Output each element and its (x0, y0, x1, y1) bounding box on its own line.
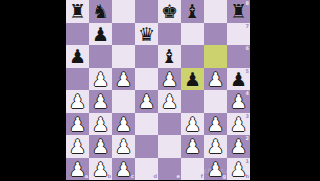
square-f6[interactable] (181, 45, 204, 68)
square-g6[interactable] (204, 45, 227, 68)
black-pawn[interactable]: ♟ (66, 45, 89, 68)
white-pawn[interactable]: ♟ (181, 135, 204, 158)
square-f5[interactable]: ♟ (181, 68, 204, 91)
black-pawn[interactable]: ♟ (89, 23, 112, 46)
square-a4[interactable]: ♟ (66, 90, 89, 113)
square-b4[interactable]: ♟ (89, 90, 112, 113)
black-king[interactable]: ♚ (158, 0, 181, 23)
square-a1[interactable]: ♟a (66, 158, 89, 181)
square-h4[interactable]: ♟4 (227, 90, 250, 113)
white-pawn[interactable]: ♟ (227, 113, 250, 136)
square-e4[interactable]: ♟ (158, 90, 181, 113)
square-a2[interactable]: ♟ (66, 135, 89, 158)
square-e1[interactable]: e (158, 158, 181, 181)
square-d7[interactable]: ♛ (135, 23, 158, 46)
white-pawn[interactable]: ♟ (204, 158, 227, 181)
square-b1[interactable]: ♟b (89, 158, 112, 181)
black-bishop[interactable]: ♝ (158, 45, 181, 68)
file-label-d: d (153, 174, 157, 179)
square-a8[interactable]: ♜ (66, 0, 89, 23)
square-d4[interactable]: ♟ (135, 90, 158, 113)
square-c6[interactable] (112, 45, 135, 68)
square-b3[interactable]: ♟ (89, 113, 112, 136)
white-pawn[interactable]: ♟ (158, 90, 181, 113)
white-pawn[interactable]: ♟ (89, 135, 112, 158)
rank-label-6: 6 (246, 46, 249, 51)
square-b5[interactable]: ♟ (89, 68, 112, 91)
black-rook[interactable]: ♜ (227, 0, 250, 23)
black-queen[interactable]: ♛ (135, 23, 158, 46)
white-pawn[interactable]: ♟ (89, 158, 112, 181)
white-pawn[interactable]: ♟ (112, 113, 135, 136)
white-pawn[interactable]: ♟ (181, 113, 204, 136)
square-g4[interactable] (204, 90, 227, 113)
square-f3[interactable]: ♟ (181, 113, 204, 136)
square-c8[interactable] (112, 0, 135, 23)
square-d8[interactable] (135, 0, 158, 23)
square-h3[interactable]: ♟3 (227, 113, 250, 136)
square-b7[interactable]: ♟ (89, 23, 112, 46)
square-b6[interactable] (89, 45, 112, 68)
white-pawn[interactable]: ♟ (227, 135, 250, 158)
square-g8[interactable] (204, 0, 227, 23)
square-e5[interactable]: ♟ (158, 68, 181, 91)
white-pawn[interactable]: ♟ (227, 90, 250, 113)
white-pawn[interactable]: ♟ (204, 135, 227, 158)
square-c1[interactable]: ♟c (112, 158, 135, 181)
square-e8[interactable]: ♚ (158, 0, 181, 23)
white-pawn[interactable]: ♟ (135, 90, 158, 113)
white-pawn[interactable]: ♟ (112, 158, 135, 181)
square-e7[interactable] (158, 23, 181, 46)
black-pawn[interactable]: ♟ (181, 68, 204, 91)
square-a7[interactable] (66, 23, 89, 46)
square-c5[interactable]: ♟ (112, 68, 135, 91)
letterbox-left (0, 0, 66, 180)
square-a3[interactable]: ♟ (66, 113, 89, 136)
letterbox-right (250, 0, 320, 180)
square-h7[interactable]: 7 (227, 23, 250, 46)
white-pawn[interactable]: ♟ (112, 68, 135, 91)
square-d1[interactable]: d (135, 158, 158, 181)
white-pawn[interactable]: ♟ (66, 90, 89, 113)
square-a6[interactable]: ♟ (66, 45, 89, 68)
file-label-e: e (177, 174, 180, 179)
chessboard-screenshot: ♜♞♚♝♜8♟♛7♟♝6♟♟♟♟♟♟5♟♟♟♟♟4♟♟♟♟♟♟3♟♟♟♟♟♟2♟… (0, 0, 320, 180)
black-pawn[interactable]: ♟ (227, 68, 250, 91)
square-f7[interactable] (181, 23, 204, 46)
square-c3[interactable]: ♟ (112, 113, 135, 136)
white-pawn[interactable]: ♟ (89, 90, 112, 113)
square-c2[interactable]: ♟ (112, 135, 135, 158)
black-bishop[interactable]: ♝ (181, 0, 204, 23)
square-g2[interactable]: ♟ (204, 135, 227, 158)
square-d6[interactable] (135, 45, 158, 68)
square-g1[interactable]: ♟g (204, 158, 227, 181)
square-e2[interactable] (158, 135, 181, 158)
square-d5[interactable] (135, 68, 158, 91)
square-f4[interactable] (181, 90, 204, 113)
square-h8[interactable]: ♜8 (227, 0, 250, 23)
square-d2[interactable] (135, 135, 158, 158)
square-b2[interactable]: ♟ (89, 135, 112, 158)
square-g3[interactable]: ♟ (204, 113, 227, 136)
square-a5[interactable] (66, 68, 89, 91)
white-pawn[interactable]: ♟ (227, 158, 250, 181)
black-rook[interactable]: ♜ (66, 0, 89, 23)
white-pawn[interactable]: ♟ (89, 113, 112, 136)
square-d3[interactable] (135, 113, 158, 136)
white-pawn[interactable]: ♟ (66, 158, 89, 181)
square-c7[interactable] (112, 23, 135, 46)
square-h5[interactable]: ♟5 (227, 68, 250, 91)
square-h1[interactable]: ♟1h (227, 158, 250, 181)
square-c4[interactable] (112, 90, 135, 113)
black-knight[interactable]: ♞ (89, 0, 112, 23)
square-f2[interactable]: ♟ (181, 135, 204, 158)
white-pawn[interactable]: ♟ (204, 113, 227, 136)
square-g7[interactable] (204, 23, 227, 46)
rank-label-7: 7 (246, 24, 249, 29)
chess-board: ♜♞♚♝♜8♟♛7♟♝6♟♟♟♟♟♟5♟♟♟♟♟4♟♟♟♟♟♟3♟♟♟♟♟♟2♟… (66, 0, 250, 180)
file-label-f: f (201, 174, 203, 179)
white-pawn[interactable]: ♟ (112, 135, 135, 158)
square-h6[interactable]: 6 (227, 45, 250, 68)
white-pawn[interactable]: ♟ (66, 113, 89, 136)
square-g5[interactable]: ♟ (204, 68, 227, 91)
square-e6[interactable]: ♝ (158, 45, 181, 68)
square-f8[interactable]: ♝ (181, 0, 204, 23)
white-pawn[interactable]: ♟ (204, 68, 227, 91)
white-pawn[interactable]: ♟ (89, 68, 112, 91)
square-h2[interactable]: ♟2 (227, 135, 250, 158)
square-f1[interactable]: f (181, 158, 204, 181)
white-pawn[interactable]: ♟ (66, 135, 89, 158)
square-b8[interactable]: ♞ (89, 0, 112, 23)
square-e3[interactable] (158, 113, 181, 136)
white-pawn[interactable]: ♟ (158, 68, 181, 91)
